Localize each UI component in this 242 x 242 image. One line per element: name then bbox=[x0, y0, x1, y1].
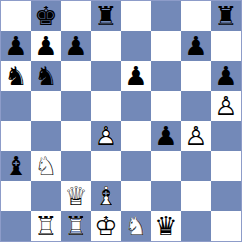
black-pawn-h6: ♟ bbox=[214, 61, 237, 91]
square-a3[interactable]: ♝ bbox=[1, 151, 31, 181]
square-h1[interactable] bbox=[211, 211, 241, 241]
white-queen-c2: ♛♕ bbox=[64, 181, 87, 211]
square-h2[interactable] bbox=[211, 181, 241, 211]
square-c3[interactable] bbox=[61, 151, 91, 181]
square-a2[interactable] bbox=[1, 181, 31, 211]
square-c7[interactable]: ♟ bbox=[61, 31, 91, 61]
square-c1[interactable]: ♜♖ bbox=[61, 211, 91, 241]
black-pawn-g7: ♟ bbox=[184, 31, 207, 61]
black-pawn-e6: ♟ bbox=[124, 61, 147, 91]
black-pawn-b7: ♟ bbox=[34, 31, 57, 61]
square-h6[interactable]: ♟ bbox=[211, 61, 241, 91]
black-knight-a6: ♞ bbox=[4, 61, 27, 91]
white-knight-e1: ♞♘ bbox=[124, 211, 147, 241]
square-b4[interactable] bbox=[31, 121, 61, 151]
square-g2[interactable] bbox=[181, 181, 211, 211]
square-f2[interactable] bbox=[151, 181, 181, 211]
white-rook-b1: ♜♖ bbox=[34, 211, 57, 241]
square-g5[interactable] bbox=[181, 91, 211, 121]
square-e7[interactable] bbox=[121, 31, 151, 61]
black-knight-b6: ♞ bbox=[34, 61, 57, 91]
square-b1[interactable]: ♜♖ bbox=[31, 211, 61, 241]
black-pawn-a7: ♟ bbox=[4, 31, 27, 61]
square-g1[interactable] bbox=[181, 211, 211, 241]
square-d4[interactable]: ♟♙ bbox=[91, 121, 121, 151]
white-rook-c1: ♜♖ bbox=[64, 211, 87, 241]
black-king-b8: ♚ bbox=[34, 1, 57, 31]
square-d6[interactable] bbox=[91, 61, 121, 91]
square-f8[interactable] bbox=[151, 1, 181, 31]
square-g3[interactable] bbox=[181, 151, 211, 181]
square-a7[interactable]: ♟ bbox=[1, 31, 31, 61]
square-h8[interactable]: ♜ bbox=[211, 1, 241, 31]
square-g8[interactable] bbox=[181, 1, 211, 31]
square-e4[interactable] bbox=[121, 121, 151, 151]
square-f4[interactable]: ♟ bbox=[151, 121, 181, 151]
square-f7[interactable] bbox=[151, 31, 181, 61]
square-h7[interactable] bbox=[211, 31, 241, 61]
square-g7[interactable]: ♟ bbox=[181, 31, 211, 61]
square-d8[interactable]: ♜ bbox=[91, 1, 121, 31]
square-d1[interactable]: ♚♔ bbox=[91, 211, 121, 241]
square-f3[interactable] bbox=[151, 151, 181, 181]
white-pawn-d4: ♟♙ bbox=[94, 121, 117, 151]
square-b3[interactable]: ♞♘ bbox=[31, 151, 61, 181]
square-g4[interactable]: ♟♙ bbox=[181, 121, 211, 151]
white-pawn-h5: ♟♙ bbox=[214, 91, 237, 121]
square-g6[interactable] bbox=[181, 61, 211, 91]
square-h4[interactable] bbox=[211, 121, 241, 151]
white-pawn-g4: ♟♙ bbox=[184, 121, 207, 151]
square-a8[interactable] bbox=[1, 1, 31, 31]
white-king-d1: ♚♔ bbox=[94, 211, 117, 241]
black-pawn-f4: ♟ bbox=[154, 121, 177, 151]
square-b5[interactable] bbox=[31, 91, 61, 121]
square-f5[interactable] bbox=[151, 91, 181, 121]
square-e1[interactable]: ♞♘ bbox=[121, 211, 151, 241]
square-e2[interactable] bbox=[121, 181, 151, 211]
black-queen-f1: ♛ bbox=[154, 211, 177, 241]
square-e8[interactable] bbox=[121, 1, 151, 31]
black-rook-h8: ♜ bbox=[214, 1, 237, 31]
square-f1[interactable]: ♛ bbox=[151, 211, 181, 241]
square-a4[interactable] bbox=[1, 121, 31, 151]
square-h3[interactable] bbox=[211, 151, 241, 181]
square-c2[interactable]: ♛♕ bbox=[61, 181, 91, 211]
square-b2[interactable] bbox=[31, 181, 61, 211]
chess-board: ♚♜♜♟♟♟♟♞♞♟♟♟♙♟♙♟♟♙♝♞♘♛♕♝♗♜♖♜♖♚♔♞♘♛ bbox=[0, 0, 242, 242]
square-d2[interactable]: ♝♗ bbox=[91, 181, 121, 211]
white-knight-b3: ♞♘ bbox=[34, 151, 57, 181]
square-c6[interactable] bbox=[61, 61, 91, 91]
square-d7[interactable] bbox=[91, 31, 121, 61]
square-f6[interactable] bbox=[151, 61, 181, 91]
square-b8[interactable]: ♚ bbox=[31, 1, 61, 31]
square-e3[interactable] bbox=[121, 151, 151, 181]
square-e6[interactable]: ♟ bbox=[121, 61, 151, 91]
square-c5[interactable] bbox=[61, 91, 91, 121]
square-b7[interactable]: ♟ bbox=[31, 31, 61, 61]
square-d5[interactable] bbox=[91, 91, 121, 121]
square-h5[interactable]: ♟♙ bbox=[211, 91, 241, 121]
white-bishop-d2: ♝♗ bbox=[94, 181, 117, 211]
square-c4[interactable] bbox=[61, 121, 91, 151]
square-c8[interactable] bbox=[61, 1, 91, 31]
square-e5[interactable] bbox=[121, 91, 151, 121]
square-a6[interactable]: ♞ bbox=[1, 61, 31, 91]
square-a1[interactable] bbox=[1, 211, 31, 241]
square-a5[interactable] bbox=[1, 91, 31, 121]
black-pawn-c7: ♟ bbox=[64, 31, 87, 61]
square-d3[interactable] bbox=[91, 151, 121, 181]
black-bishop-a3: ♝ bbox=[4, 151, 27, 181]
black-rook-d8: ♜ bbox=[94, 1, 117, 31]
square-b6[interactable]: ♞ bbox=[31, 61, 61, 91]
